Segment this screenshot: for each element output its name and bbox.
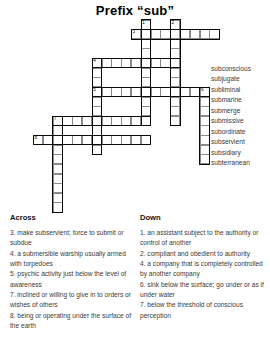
- grid-cell[interactable]: [53, 125, 63, 135]
- grid-cell[interactable]: [200, 135, 210, 145]
- across-clue: 4. a submersible warship usually armed w…: [10, 249, 137, 270]
- grid-cell[interactable]: [102, 58, 112, 68]
- grid-cell[interactable]: [151, 58, 161, 68]
- cell-number: 2: [172, 21, 175, 26]
- grid-cell[interactable]: [170, 68, 180, 78]
- grid-cell[interactable]: [141, 68, 151, 78]
- grid-cell[interactable]: [190, 87, 200, 97]
- grid-cell[interactable]: [141, 77, 151, 87]
- grid-cell[interactable]: [92, 116, 102, 126]
- grid-cell[interactable]: [200, 116, 210, 126]
- grid-cell[interactable]: [141, 135, 151, 145]
- word-bank-item: submerge: [211, 106, 251, 116]
- grid-cell[interactable]: [131, 58, 141, 68]
- cell-number: 6: [201, 88, 204, 93]
- grid-cell[interactable]: [111, 87, 121, 97]
- grid-cell[interactable]: [200, 125, 210, 135]
- grid-cell[interactable]: [111, 135, 121, 145]
- down-section: Down 1. an assistant subject to the auth…: [140, 213, 268, 321]
- across-header: Across: [10, 213, 137, 222]
- grid-cell[interactable]: [92, 125, 102, 135]
- grid-cell[interactable]: [141, 29, 151, 39]
- word-bank-item: subservient: [211, 137, 251, 147]
- down-clue: 1. an assistant subject to the authority…: [140, 228, 268, 249]
- word-bank-item: subterranean: [211, 158, 251, 168]
- word-bank-item: subliminal: [211, 85, 251, 95]
- grid-cell[interactable]: [170, 97, 180, 107]
- word-bank-item: subsidiary: [211, 148, 251, 158]
- grid-cell[interactable]: [170, 58, 180, 68]
- down-clue: 4. a company that is completely controll…: [140, 259, 268, 280]
- grid-cell[interactable]: [62, 135, 72, 145]
- grid-cell[interactable]: [53, 183, 63, 193]
- grid-cell[interactable]: [141, 58, 151, 68]
- grid-cell[interactable]: [53, 145, 63, 155]
- grid-cell[interactable]: [92, 68, 102, 78]
- cell-number: 3: [132, 30, 135, 35]
- across-clue: 8. being or operating under the surface …: [10, 311, 137, 332]
- grid-cell[interactable]: [53, 202, 63, 212]
- grid-cell[interactable]: [200, 29, 210, 39]
- down-header: Down: [140, 213, 268, 222]
- grid-cell[interactable]: [92, 106, 102, 116]
- cell-number: 4: [93, 59, 96, 64]
- grid-cell[interactable]: [141, 48, 151, 58]
- grid-cell[interactable]: [53, 174, 63, 184]
- down-clue: 7. below the threshold of conscious perc…: [140, 300, 268, 321]
- across-clue: 7. inclined or willing to give in to ord…: [10, 290, 137, 311]
- cell-number: 8: [34, 136, 37, 141]
- grid-cell[interactable]: [209, 29, 219, 39]
- grid-cell[interactable]: [92, 97, 102, 107]
- across-clue-list: 3. make subservient; force to submit or …: [10, 228, 137, 331]
- cell-number: 5: [93, 88, 96, 93]
- word-bank-item: subordinate: [211, 127, 251, 137]
- grid-cell[interactable]: [160, 87, 170, 97]
- grid-cell[interactable]: [160, 29, 170, 39]
- grid-cell[interactable]: [102, 87, 112, 97]
- grid-cell[interactable]: [121, 135, 131, 145]
- grid-cell[interactable]: [151, 29, 161, 39]
- word-bank-item: submissive: [211, 116, 251, 126]
- grid-cell[interactable]: [160, 58, 170, 68]
- down-clue-list: 1. an assistant subject to the authority…: [140, 228, 268, 321]
- grid-cell[interactable]: [131, 135, 141, 145]
- grid-cell[interactable]: [141, 97, 151, 107]
- grid-cell[interactable]: [180, 29, 190, 39]
- grid-cell[interactable]: [121, 58, 131, 68]
- grid-cell[interactable]: [62, 116, 72, 126]
- grid-cell[interactable]: [111, 116, 121, 126]
- grid-cell[interactable]: [200, 97, 210, 107]
- grid-cell[interactable]: [141, 116, 151, 126]
- grid-cell[interactable]: [141, 39, 151, 49]
- grid-cell[interactable]: [53, 164, 63, 174]
- grid-cell[interactable]: [200, 145, 210, 155]
- grid-cell[interactable]: [170, 87, 180, 97]
- word-bank: subconscioussubjugatesubliminalsubmarine…: [211, 64, 251, 169]
- cell-number: 7: [54, 117, 57, 122]
- grid-cell[interactable]: [53, 154, 63, 164]
- grid-cell[interactable]: [53, 135, 63, 145]
- grid-cell[interactable]: [102, 135, 112, 145]
- down-clue: 6. sink below the surface; go under or a…: [140, 280, 268, 301]
- grid-cell[interactable]: [82, 116, 92, 126]
- grid-cell[interactable]: [53, 193, 63, 203]
- grid-cell[interactable]: [92, 145, 102, 155]
- grid-cell[interactable]: [141, 87, 151, 97]
- grid-cell[interactable]: [170, 29, 180, 39]
- cell-number: 1: [142, 21, 145, 26]
- grid-cell[interactable]: [121, 87, 131, 97]
- word-bank-item: submarine: [211, 95, 251, 105]
- across-section: Across 3. make subservient; force to sub…: [10, 213, 137, 331]
- grid-cell[interactable]: [72, 116, 82, 126]
- grid-cell[interactable]: [92, 135, 102, 145]
- down-clue: 2. compliant and obedient to authority: [140, 249, 268, 259]
- grid-cell[interactable]: [170, 48, 180, 58]
- grid-cell[interactable]: [82, 135, 92, 145]
- grid-cell[interactable]: [190, 29, 200, 39]
- grid-cell[interactable]: [43, 135, 53, 145]
- grid-cell[interactable]: [170, 39, 180, 49]
- grid-cell[interactable]: [151, 87, 161, 97]
- word-bank-item: subconscious: [211, 64, 251, 74]
- grid-cell[interactable]: [170, 106, 180, 116]
- grid-cell[interactable]: [131, 116, 141, 126]
- grid-cell[interactable]: [170, 77, 180, 87]
- grid-cell[interactable]: [111, 58, 121, 68]
- grid-cell[interactable]: [131, 87, 141, 97]
- word-bank-item: subjugate: [211, 74, 251, 84]
- puzzle-title: Prefix “sub”: [0, 3, 270, 18]
- across-clue: 3. make subservient; force to submit or …: [10, 228, 137, 249]
- grid-cell[interactable]: [200, 106, 210, 116]
- grid-cell[interactable]: [200, 154, 210, 164]
- grid-cell[interactable]: [141, 106, 151, 116]
- grid-cell[interactable]: [180, 87, 190, 97]
- grid-cell[interactable]: [121, 116, 131, 126]
- grid-cell[interactable]: [170, 116, 180, 126]
- grid-cell[interactable]: [102, 116, 112, 126]
- grid-cell[interactable]: [72, 135, 82, 145]
- across-clue: 5. psychic activity just below the level…: [10, 269, 137, 290]
- crossword-page: Prefix “sub” 12345678 subconscioussubjug…: [0, 0, 270, 350]
- grid-cell[interactable]: [92, 77, 102, 87]
